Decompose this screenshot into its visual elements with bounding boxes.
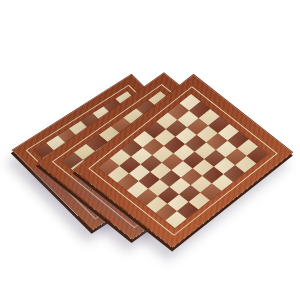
product-photo-scene xyxy=(0,0,300,300)
